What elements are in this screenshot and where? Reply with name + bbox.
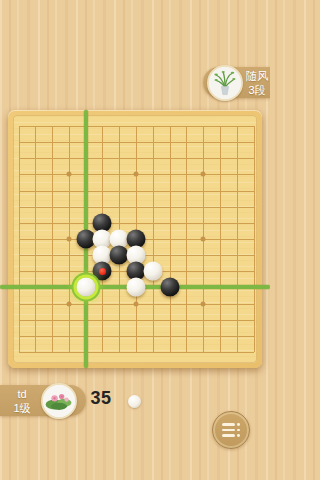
move-counter: 35	[86, 388, 116, 409]
black-stone	[93, 262, 112, 281]
red-dot-marker	[99, 268, 106, 275]
plant-vase-photo	[209, 67, 241, 99]
player-name: td	[17, 387, 26, 401]
gomoku-board[interactable]	[8, 110, 262, 368]
turn-white-stone	[128, 395, 141, 408]
opponent-avatar	[207, 65, 243, 101]
white-stone	[127, 278, 146, 297]
stones-layer	[19, 126, 254, 352]
pink-flowers-photo	[43, 385, 75, 417]
player-avatar	[41, 383, 77, 419]
white-stone	[143, 262, 162, 281]
opponent-badge[interactable]: 随风 3段	[203, 67, 270, 98]
opponent-name: 随风	[246, 69, 268, 83]
opponent-rank: 3段	[248, 83, 265, 97]
list-menu-icon	[222, 423, 240, 437]
game-screen: { "game": "gomoku (five-in-a-row) on 15x…	[0, 0, 270, 480]
player-badge[interactable]: td 1级	[0, 385, 86, 416]
menu-button[interactable]	[212, 411, 250, 449]
white-stone	[76, 278, 95, 297]
player-rank: 1级	[13, 401, 30, 415]
black-stone	[160, 278, 179, 297]
